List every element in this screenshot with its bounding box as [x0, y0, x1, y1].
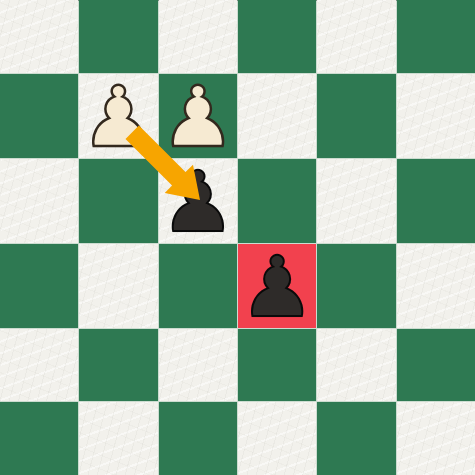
square-r4c3[interactable]	[238, 329, 316, 402]
black-pawn[interactable]: ♟	[160, 160, 235, 244]
square-r5c5[interactable]	[397, 402, 475, 475]
square-r3c1[interactable]	[79, 244, 157, 328]
square-r1c3[interactable]	[238, 74, 316, 158]
highlighted-square[interactable]: ♟	[238, 244, 316, 328]
square-r1c1[interactable]: ♟	[79, 74, 157, 158]
square-r0c5[interactable]	[397, 0, 475, 73]
square-r5c2[interactable]	[159, 402, 237, 475]
white-pawn[interactable]: ♟	[81, 75, 156, 159]
square-r5c0[interactable]	[0, 402, 78, 475]
square-r4c4[interactable]	[317, 329, 395, 402]
square-r5c3[interactable]	[238, 402, 316, 475]
chess-board: ♟♟♟♟	[0, 0, 475, 475]
square-r0c1[interactable]	[79, 0, 157, 73]
square-r3c5[interactable]	[397, 244, 475, 328]
chess-diagram: ♟♟♟♟	[0, 0, 475, 475]
square-r4c1[interactable]	[79, 329, 157, 402]
black-pawn[interactable]: ♟	[240, 245, 315, 329]
white-pawn[interactable]: ♟	[160, 75, 235, 159]
square-r4c5[interactable]	[397, 329, 475, 402]
square-r1c5[interactable]	[397, 74, 475, 158]
square-r4c0[interactable]	[0, 329, 78, 402]
square-r5c1[interactable]	[79, 402, 157, 475]
square-r2c1[interactable]	[79, 159, 157, 243]
square-r3c0[interactable]	[0, 244, 78, 328]
square-r5c4[interactable]	[317, 402, 395, 475]
square-r0c4[interactable]	[317, 0, 395, 73]
square-r4c2[interactable]	[159, 329, 237, 402]
square-r1c4[interactable]	[317, 74, 395, 158]
square-r1c2[interactable]: ♟	[159, 74, 237, 158]
square-r2c3[interactable]	[238, 159, 316, 243]
square-r0c3[interactable]	[238, 0, 316, 73]
square-r2c0[interactable]	[0, 159, 78, 243]
square-r3c4[interactable]	[317, 244, 395, 328]
square-r0c2[interactable]	[159, 0, 237, 73]
square-r3c2[interactable]	[159, 244, 237, 328]
square-r2c2[interactable]: ♟	[159, 159, 237, 243]
square-r2c4[interactable]	[317, 159, 395, 243]
square-r1c0[interactable]	[0, 74, 78, 158]
square-r0c0[interactable]	[0, 0, 78, 73]
square-r2c5[interactable]	[397, 159, 475, 243]
